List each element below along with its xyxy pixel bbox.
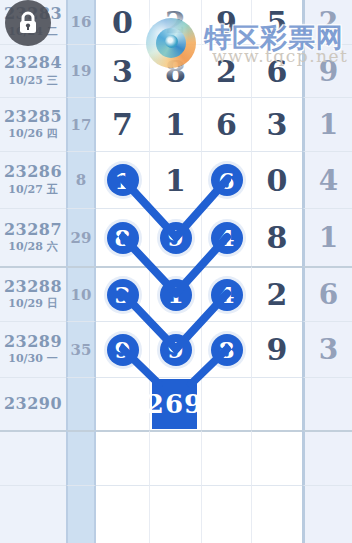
digit-cell: 1 [150, 97, 202, 151]
extra-digit-cell [302, 485, 352, 543]
issue-number: 23290 [4, 395, 62, 413]
issue-cell: 2328910/30 一 [0, 321, 66, 377]
digit-cell: 8 [150, 44, 202, 97]
sum-cell: 8 [66, 151, 96, 208]
digit-cell: 3 [96, 266, 150, 321]
issue-number: 23285 [4, 108, 62, 126]
circled-digit: 3 [107, 279, 139, 311]
issue-cell: 2328610/27 五 [0, 151, 66, 208]
digit-cell: 9 [150, 208, 202, 266]
issue-cell [0, 430, 66, 485]
issue-cell: 2328410/25 三 [0, 44, 66, 97]
circled-digit: 8 [211, 334, 243, 366]
circled-digit: 9 [107, 334, 139, 366]
issue-cell: 2328810/29 日 [0, 266, 66, 321]
sum-cell: 17 [66, 97, 96, 151]
extra-digit-cell: 9 [302, 44, 352, 97]
digit-cell: 1 [150, 266, 202, 321]
digit-cell: 2 [252, 266, 302, 321]
digit-cell [96, 485, 150, 543]
digit-cell: 1 [150, 151, 202, 208]
lottery-trend-chart-screen: 2328310/24 二16029522328410/25 三193826923… [0, 0, 352, 543]
digit-cell: 8 [252, 208, 302, 266]
issue-number: 23286 [4, 163, 62, 181]
issue-number: 23287 [4, 221, 62, 239]
draw-date: 10/27 五 [8, 182, 57, 197]
digit-cell: 2 [150, 0, 202, 44]
extra-digit-cell: 2 [302, 0, 352, 44]
circled-digit: 4 [211, 222, 243, 254]
circled-digit: 8 [107, 222, 139, 254]
digit-cell: 6 [202, 151, 252, 208]
issue-cell [0, 485, 66, 543]
digit-cell [252, 377, 302, 430]
circled-digit: 1 [107, 164, 139, 196]
issue-cell: 23290 [0, 377, 66, 430]
digit-cell: 9 [202, 0, 252, 44]
prediction-box: 269 [152, 379, 197, 429]
digit-cell: 1 [96, 151, 150, 208]
draw-date: 10/30 一 [8, 351, 57, 366]
digit-cell [150, 485, 202, 543]
digit-cell: 6 [202, 97, 252, 151]
sum-cell: 35 [66, 321, 96, 377]
issue-cell: 2328510/26 四 [0, 97, 66, 151]
digit-cell: 4 [202, 208, 252, 266]
digit-cell [96, 430, 150, 485]
digit-cell: 4 [202, 266, 252, 321]
digit-cell: 9 [96, 321, 150, 377]
circled-digit: 1 [160, 279, 192, 311]
padlock-icon [18, 11, 38, 35]
sum-cell: 19 [66, 44, 96, 97]
digit-cell: 6 [252, 44, 302, 97]
draw-date: 10/28 六 [8, 239, 57, 254]
sum-cell: 29 [66, 208, 96, 266]
draw-date: 10/26 四 [8, 126, 57, 141]
chart-table: 2328310/24 二16029522328410/25 三193826923… [0, 0, 352, 543]
extra-digit-cell: 3 [302, 321, 352, 377]
circled-digit: 9 [160, 222, 192, 254]
digit-cell [96, 377, 150, 430]
digit-cell [252, 430, 302, 485]
digit-cell [252, 485, 302, 543]
extra-digit-cell [302, 430, 352, 485]
draw-date: 10/29 日 [8, 296, 57, 311]
digit-cell: 9 [150, 321, 202, 377]
extra-digit-cell: 4 [302, 151, 352, 208]
digit-cell: 8 [96, 208, 150, 266]
digit-cell [150, 430, 202, 485]
circled-digit: 4 [211, 279, 243, 311]
circled-digit: 9 [160, 334, 192, 366]
sum-cell [66, 485, 96, 543]
extra-digit-cell: 6 [302, 266, 352, 321]
issue-number: 23288 [4, 278, 62, 296]
extra-digit-cell: 1 [302, 208, 352, 266]
digit-cell: 7 [96, 97, 150, 151]
digit-cell: 3 [252, 97, 302, 151]
digit-cell: 9 [252, 321, 302, 377]
digit-cell: 2 [202, 44, 252, 97]
digit-cell: 269 [150, 377, 202, 430]
extra-digit-cell: 1 [302, 97, 352, 151]
issue-number: 23284 [4, 54, 62, 72]
digit-cell: 0 [252, 151, 302, 208]
sum-cell: 10 [66, 266, 96, 321]
sum-cell [66, 430, 96, 485]
sum-cell [66, 377, 96, 430]
circled-digit: 6 [211, 164, 243, 196]
draw-date: 10/25 三 [8, 73, 57, 88]
digit-cell: 8 [202, 321, 252, 377]
digit-cell [202, 485, 252, 543]
digit-cell [202, 430, 252, 485]
digit-cell: 5 [252, 0, 302, 44]
issue-number: 23289 [4, 333, 62, 351]
extra-digit-cell [302, 377, 352, 430]
digit-cell: 0 [96, 0, 150, 44]
lock-button[interactable] [5, 0, 51, 46]
issue-cell: 2328710/28 六 [0, 208, 66, 266]
digit-cell [202, 377, 252, 430]
digit-cell: 3 [96, 44, 150, 97]
sum-cell: 16 [66, 0, 96, 44]
